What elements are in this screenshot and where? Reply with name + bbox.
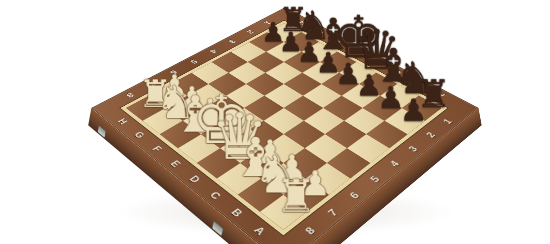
board-square: ♟ xyxy=(201,121,242,148)
scene: HGFEDCBA HGFEDCBA 87654321 87654321 ♜♟♟♜… xyxy=(0,0,550,244)
clasp-icon xyxy=(211,220,223,237)
board-square xyxy=(223,108,263,134)
board-frame: HGFEDCBA HGFEDCBA 87654321 87654321 ♜♟♟♜… xyxy=(91,7,478,244)
chess-board: HGFEDCBA HGFEDCBA 87654321 87654321 ♜♟♟♜… xyxy=(91,7,478,244)
playing-area: ♜♟♟♜♞♟♟♞♝♟♟♝♚♟♟♚♛♟♟♛♝♟♟♝♞♟♟♞♜♟♟♜ xyxy=(120,21,447,236)
clasp-icon xyxy=(97,125,106,138)
product-photo: HGFEDCBA HGFEDCBA 87654321 87654321 ♜♟♟♜… xyxy=(0,0,550,244)
